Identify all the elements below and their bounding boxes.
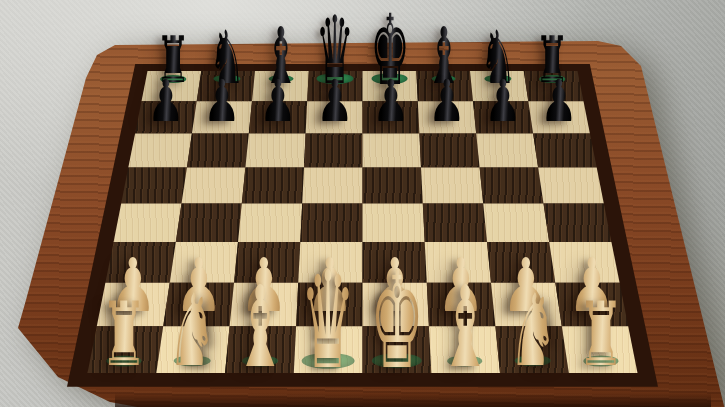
piece-glyph: ♟ [316, 72, 353, 130]
piece-glyph: ♟ [204, 72, 241, 130]
piece-glyph: ♞ [167, 281, 216, 381]
piece-glyph: ♝ [233, 271, 287, 383]
photo-scene: ♜♜♞♞♝♝♛♛♚♚♝♝♞♞♜♜♟♟♟♟♟♟♟♟♟♟♟♟♟♟♟♟♟♟♟♟♟♟♟♟… [0, 0, 725, 407]
piece-glyph: ♞ [508, 281, 557, 381]
piece-glyph: ♛ [301, 254, 356, 388]
piece-glyph: ♟ [147, 72, 184, 130]
piece-glyph: ♜ [577, 291, 624, 379]
piece-glyph: ♜ [100, 291, 147, 379]
piece-glyph: ♟ [372, 72, 409, 130]
piece-glyph: ♝ [438, 271, 492, 383]
chess-pieces: ♜♜♞♞♝♝♛♛♚♚♝♝♞♞♜♜♟♟♟♟♟♟♟♟♟♟♟♟♟♟♟♟♟♟♟♟♟♟♟♟… [0, 0, 725, 407]
piece-glyph: ♟ [428, 72, 465, 130]
piece-glyph: ♟ [484, 72, 521, 130]
piece-glyph: ♚ [370, 254, 424, 388]
piece-glyph: ♟ [260, 72, 297, 130]
piece-glyph: ♟ [540, 72, 577, 130]
